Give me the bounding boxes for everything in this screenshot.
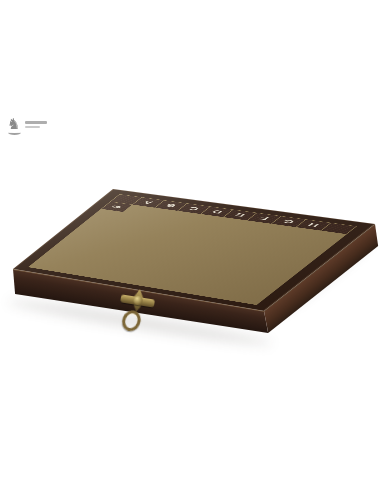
rank-label-left-8: 8 <box>102 202 132 212</box>
watermark-text-line <box>25 121 47 124</box>
logo-swoosh <box>8 130 21 135</box>
coordinate-label: 8 <box>102 202 132 212</box>
watermark-text-line <box>25 126 40 128</box>
shop-watermark: ♞ <box>7 117 69 137</box>
clasp-ring[interactable] <box>119 308 144 334</box>
brass-clasp[interactable] <box>114 286 160 336</box>
product-photo-stage: ♞ ABCDEFGH8 <box>0 0 381 492</box>
